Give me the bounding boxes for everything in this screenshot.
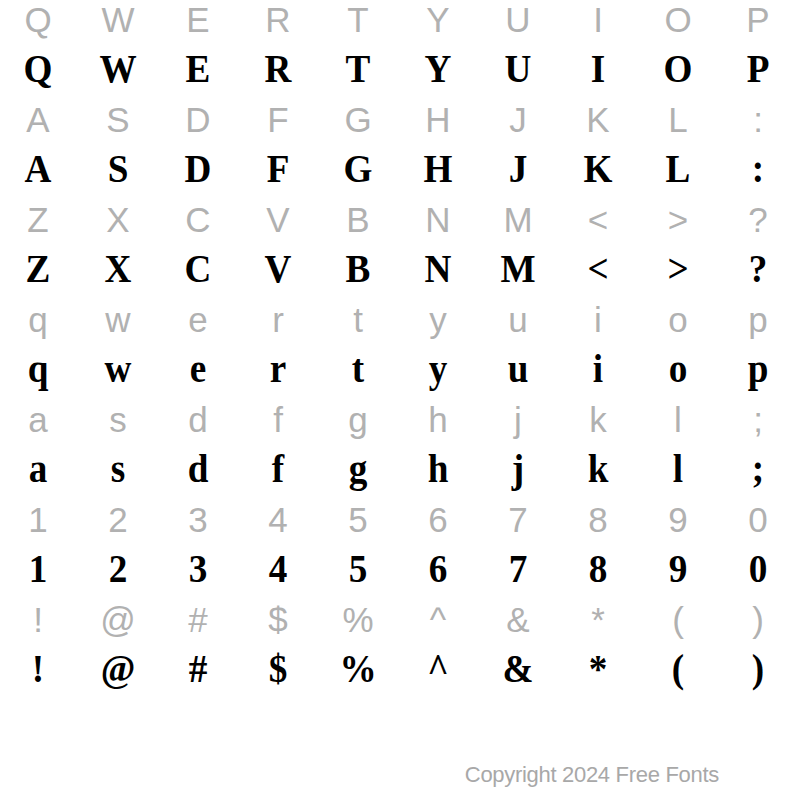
- glyph-black-r2-c4: R: [241, 44, 315, 94]
- glyph-black-r8-c7: u: [481, 344, 555, 394]
- glyph-black-r12-c1: 1: [1, 544, 75, 594]
- glyph-black-r12-c7: 7: [481, 544, 555, 594]
- glyph-black-r10-c5: g: [321, 444, 395, 494]
- copyright-text: Copyright 2024 Free Fonts: [465, 762, 719, 788]
- glyph-gray-r13-c8: *: [558, 595, 638, 645]
- glyph-black-r2-c3: E: [161, 44, 235, 94]
- glyph-black-r4-c10: :: [721, 144, 795, 194]
- glyph-gray-r11-c7: 7: [478, 495, 558, 545]
- glyph-gray-r11-c1: 1: [0, 495, 78, 545]
- glyph-gray-r1-c9: O: [638, 0, 718, 45]
- font-specimen-page: QWERTYUIOPQWERTYUIOPASDFGHJKL:ASDFGHJKL:…: [0, 0, 800, 800]
- glyph-black-r12-c8: 8: [561, 544, 635, 594]
- glyph-gray-r5-c2: X: [78, 195, 158, 245]
- glyph-gray-r7-c2: w: [78, 295, 158, 345]
- glyph-black-r2-c9: O: [641, 44, 715, 94]
- glyph-black-r2-c8: I: [561, 44, 635, 94]
- glyph-gray-r3-c8: K: [558, 95, 638, 145]
- glyph-black-r12-c5: 5: [321, 544, 395, 594]
- glyph-black-r14-c2: @: [81, 644, 155, 694]
- glyph-black-r4-c5: G: [321, 144, 395, 194]
- glyph-black-r2-c6: Y: [401, 44, 475, 94]
- glyph-black-r2-c5: T: [321, 44, 395, 94]
- glyph-gray-r13-c5: %: [318, 595, 398, 645]
- glyph-gray-r7-c9: o: [638, 295, 718, 345]
- glyph-gray-r5-c10: ?: [718, 195, 798, 245]
- glyph-gray-r13-c1: !: [0, 595, 78, 645]
- glyph-gray-r1-c2: W: [78, 0, 158, 45]
- glyph-gray-r1-c8: I: [558, 0, 638, 45]
- glyph-gray-r7-c7: u: [478, 295, 558, 345]
- glyph-black-r2-c2: W: [81, 44, 155, 94]
- glyph-gray-r1-c4: R: [238, 0, 318, 45]
- glyph-gray-r1-c6: Y: [398, 0, 478, 45]
- glyph-black-r6-c10: ?: [721, 244, 795, 294]
- glyph-black-r4-c6: H: [401, 144, 475, 194]
- glyph-gray-r13-c3: #: [158, 595, 238, 645]
- glyph-black-r10-c3: d: [161, 444, 235, 494]
- glyph-gray-r11-c10: 0: [718, 495, 798, 545]
- glyph-black-r8-c3: e: [161, 344, 235, 394]
- glyph-gray-r5-c5: B: [318, 195, 398, 245]
- glyph-gray-r5-c1: Z: [0, 195, 78, 245]
- character-grid: QWERTYUIOPQWERTYUIOPASDFGHJKL:ASDFGHJKL:…: [0, 0, 798, 700]
- glyph-gray-r9-c6: h: [398, 395, 478, 445]
- glyph-black-r2-c7: U: [481, 44, 555, 94]
- glyph-gray-r7-c4: r: [238, 295, 318, 345]
- glyph-gray-r5-c7: M: [478, 195, 558, 245]
- glyph-black-r8-c2: w: [81, 344, 155, 394]
- glyph-black-r14-c9: (: [641, 644, 715, 694]
- glyph-black-r6-c9: >: [641, 244, 715, 294]
- glyph-black-r6-c2: X: [81, 244, 155, 294]
- glyph-gray-r9-c9: l: [638, 395, 718, 445]
- glyph-gray-r13-c9: (: [638, 595, 718, 645]
- glyph-black-r4-c8: K: [561, 144, 635, 194]
- glyph-gray-r3-c5: G: [318, 95, 398, 145]
- glyph-gray-r1-c5: T: [318, 0, 398, 45]
- glyph-black-r14-c5: %: [321, 644, 395, 694]
- glyph-black-r12-c9: 9: [641, 544, 715, 594]
- glyph-black-r6-c6: N: [401, 244, 475, 294]
- glyph-gray-r11-c2: 2: [78, 495, 158, 545]
- glyph-black-r14-c1: !: [1, 644, 75, 694]
- glyph-gray-r3-c10: :: [718, 95, 798, 145]
- glyph-gray-r5-c6: N: [398, 195, 478, 245]
- glyph-gray-r5-c9: >: [638, 195, 718, 245]
- glyph-black-r4-c3: D: [161, 144, 235, 194]
- glyph-black-r10-c7: j: [481, 444, 555, 494]
- glyph-black-r10-c8: k: [561, 444, 635, 494]
- glyph-black-r8-c9: o: [641, 344, 715, 394]
- glyph-black-r6-c1: Z: [1, 244, 75, 294]
- glyph-black-r4-c9: L: [641, 144, 715, 194]
- glyph-gray-r7-c10: p: [718, 295, 798, 345]
- glyph-gray-r9-c1: a: [0, 395, 78, 445]
- glyph-black-r8-c8: i: [561, 344, 635, 394]
- glyph-gray-r3-c1: A: [0, 95, 78, 145]
- glyph-black-r12-c4: 4: [241, 544, 315, 594]
- glyph-black-r4-c4: F: [241, 144, 315, 194]
- glyph-black-r14-c8: *: [561, 644, 635, 694]
- glyph-gray-r13-c4: $: [238, 595, 318, 645]
- glyph-gray-r7-c6: y: [398, 295, 478, 345]
- glyph-black-r8-c10: p: [721, 344, 795, 394]
- glyph-black-r8-c6: y: [401, 344, 475, 394]
- glyph-black-r12-c6: 6: [401, 544, 475, 594]
- glyph-gray-r5-c4: V: [238, 195, 318, 245]
- glyph-gray-r9-c4: f: [238, 395, 318, 445]
- glyph-black-r14-c6: ^: [401, 644, 475, 694]
- glyph-gray-r11-c5: 5: [318, 495, 398, 545]
- glyph-gray-r11-c4: 4: [238, 495, 318, 545]
- glyph-gray-r7-c1: q: [0, 295, 78, 345]
- glyph-black-r10-c10: ;: [721, 444, 795, 494]
- glyph-black-r14-c10: ): [721, 644, 795, 694]
- glyph-black-r4-c7: J: [481, 144, 555, 194]
- glyph-black-r2-c10: P: [721, 44, 795, 94]
- glyph-gray-r13-c10: ): [718, 595, 798, 645]
- glyph-black-r14-c7: &: [481, 644, 555, 694]
- glyph-gray-r9-c8: k: [558, 395, 638, 445]
- glyph-gray-r1-c7: U: [478, 0, 558, 45]
- glyph-black-r8-c1: q: [1, 344, 75, 394]
- glyph-gray-r11-c6: 6: [398, 495, 478, 545]
- glyph-gray-r7-c3: e: [158, 295, 238, 345]
- glyph-gray-r11-c9: 9: [638, 495, 718, 545]
- glyph-gray-r3-c9: L: [638, 95, 718, 145]
- glyph-black-r10-c2: s: [81, 444, 155, 494]
- glyph-gray-r3-c3: D: [158, 95, 238, 145]
- glyph-black-r8-c5: t: [321, 344, 395, 394]
- glyph-black-r4-c1: A: [1, 144, 75, 194]
- glyph-black-r6-c3: C: [161, 244, 235, 294]
- glyph-black-r8-c4: r: [241, 344, 315, 394]
- glyph-black-r12-c2: 2: [81, 544, 155, 594]
- glyph-gray-r7-c5: t: [318, 295, 398, 345]
- glyph-gray-r11-c3: 3: [158, 495, 238, 545]
- glyph-black-r12-c10: 0: [721, 544, 795, 594]
- glyph-gray-r13-c7: &: [478, 595, 558, 645]
- glyph-black-r10-c4: f: [241, 444, 315, 494]
- glyph-gray-r3-c2: S: [78, 95, 158, 145]
- glyph-gray-r5-c8: <: [558, 195, 638, 245]
- glyph-gray-r11-c8: 8: [558, 495, 638, 545]
- glyph-gray-r9-c2: s: [78, 395, 158, 445]
- glyph-gray-r3-c7: J: [478, 95, 558, 145]
- glyph-gray-r9-c5: g: [318, 395, 398, 445]
- glyph-black-r12-c3: 3: [161, 544, 235, 594]
- glyph-black-r6-c8: <: [561, 244, 635, 294]
- glyph-gray-r5-c3: C: [158, 195, 238, 245]
- glyph-gray-r1-c1: Q: [0, 0, 78, 45]
- glyph-gray-r9-c3: d: [158, 395, 238, 445]
- glyph-black-r10-c9: l: [641, 444, 715, 494]
- glyph-gray-r7-c8: i: [558, 295, 638, 345]
- glyph-black-r10-c1: a: [1, 444, 75, 494]
- glyph-black-r2-c1: Q: [1, 44, 75, 94]
- glyph-black-r6-c4: V: [241, 244, 315, 294]
- glyph-black-r14-c3: #: [161, 644, 235, 694]
- glyph-black-r10-c6: h: [401, 444, 475, 494]
- glyph-black-r14-c4: $: [241, 644, 315, 694]
- glyph-black-r6-c5: B: [321, 244, 395, 294]
- glyph-gray-r3-c6: H: [398, 95, 478, 145]
- glyph-gray-r1-c3: E: [158, 0, 238, 45]
- glyph-gray-r1-c10: P: [718, 0, 798, 45]
- glyph-gray-r3-c4: F: [238, 95, 318, 145]
- glyph-gray-r9-c7: j: [478, 395, 558, 445]
- glyph-gray-r13-c6: ^: [398, 595, 478, 645]
- glyph-black-r4-c2: S: [81, 144, 155, 194]
- glyph-gray-r9-c10: ;: [718, 395, 798, 445]
- glyph-black-r6-c7: M: [481, 244, 555, 294]
- glyph-gray-r13-c2: @: [78, 595, 158, 645]
